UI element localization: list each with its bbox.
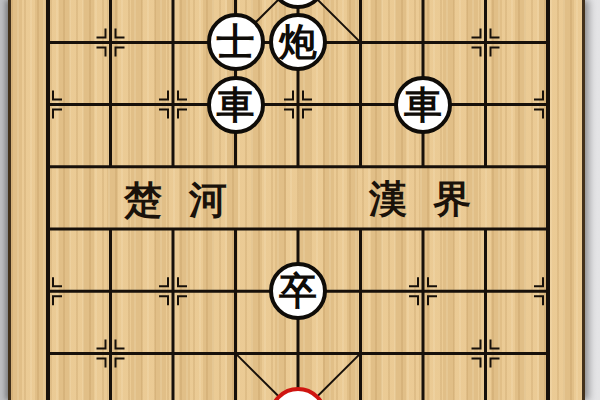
piece-e1[interactable] [269,0,327,9]
piece-d2[interactable]: 士 [207,13,265,71]
piece-e8[interactable] [269,387,327,400]
piece-d3[interactable]: 車 [207,76,265,134]
piece-e6[interactable]: 卒 [269,262,327,320]
piece-e2[interactable]: 炮 [269,13,327,71]
xiangqi-screen: 楚 河 漢 界 士炮車車卒 [0,0,600,400]
pieces-grid: 士炮車車卒 [17,0,580,400]
piece-g3[interactable]: 車 [394,76,452,134]
